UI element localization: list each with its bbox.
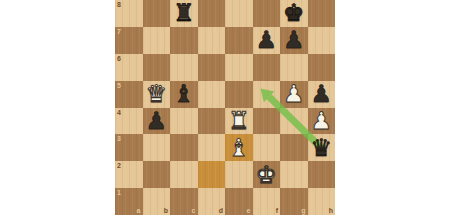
black-king-piece[interactable]: ♚ [280,0,308,27]
square-b3[interactable] [143,134,171,161]
white-pawn-piece[interactable]: ♟ [280,81,308,108]
square-b1[interactable]: b [143,188,171,215]
square-e5[interactable] [225,81,253,108]
white-pawn-piece[interactable]: ♟ [308,108,336,135]
rank-label-3: 3 [117,135,121,142]
square-c2[interactable] [170,161,198,188]
rank-label-6: 6 [117,55,121,62]
file-label-g: g [301,207,305,214]
rank-label-8: 8 [117,1,121,8]
chess-board[interactable]: 8♜♚7♟♟65♛♝♟♟4♟♜♟3♝♛2♚1abcdefgh [115,0,335,215]
square-a7[interactable]: 7 [115,27,143,54]
black-queen-piece[interactable]: ♛ [308,134,336,161]
square-h4[interactable]: ♟ [308,108,336,135]
white-bishop-piece[interactable]: ♝ [225,134,253,161]
square-g5[interactable]: ♟ [280,81,308,108]
square-g2[interactable] [280,161,308,188]
square-e4[interactable]: ♜ [225,108,253,135]
square-f5[interactable] [253,81,281,108]
square-g6[interactable] [280,54,308,81]
square-e2[interactable] [225,161,253,188]
white-rook-piece[interactable]: ♜ [225,108,253,135]
black-bishop-piece[interactable]: ♝ [170,81,198,108]
square-b5[interactable]: ♛ [143,81,171,108]
square-h6[interactable] [308,54,336,81]
square-b7[interactable] [143,27,171,54]
square-g8[interactable]: ♚ [280,0,308,27]
square-g4[interactable] [280,108,308,135]
square-c1[interactable]: c [170,188,198,215]
square-d3[interactable] [198,134,226,161]
square-d5[interactable] [198,81,226,108]
square-d8[interactable] [198,0,226,27]
file-label-h: h [329,207,333,214]
square-f2[interactable]: ♚ [253,161,281,188]
file-label-f: f [276,207,278,214]
square-a2[interactable]: 2 [115,161,143,188]
square-b2[interactable] [143,161,171,188]
square-c7[interactable] [170,27,198,54]
square-c3[interactable] [170,134,198,161]
rank-label-1: 1 [117,189,121,196]
square-a1[interactable]: 1a [115,188,143,215]
square-d4[interactable] [198,108,226,135]
black-pawn-piece[interactable]: ♟ [308,81,336,108]
file-label-d: d [219,207,223,214]
square-h5[interactable]: ♟ [308,81,336,108]
rank-label-7: 7 [117,28,121,35]
square-d2[interactable] [198,161,226,188]
square-a5[interactable]: 5 [115,81,143,108]
rank-label-4: 4 [117,109,121,116]
square-b4[interactable]: ♟ [143,108,171,135]
square-h8[interactable] [308,0,336,27]
file-label-e: e [247,207,251,214]
square-c5[interactable]: ♝ [170,81,198,108]
square-h1[interactable]: h [308,188,336,215]
screenshot-root: 8♜♚7♟♟65♛♝♟♟4♟♜♟3♝♛2♚1abcdefgh [0,0,450,215]
square-f8[interactable] [253,0,281,27]
square-c8[interactable]: ♜ [170,0,198,27]
white-queen-piece[interactable]: ♛ [143,81,171,108]
square-a8[interactable]: 8 [115,0,143,27]
file-label-b: b [164,207,168,214]
rank-label-2: 2 [117,162,121,169]
square-c6[interactable] [170,54,198,81]
square-b6[interactable] [143,54,171,81]
square-a6[interactable]: 6 [115,54,143,81]
black-pawn-piece[interactable]: ♟ [280,27,308,54]
square-e6[interactable] [225,54,253,81]
square-d6[interactable] [198,54,226,81]
square-d7[interactable] [198,27,226,54]
square-e1[interactable]: e [225,188,253,215]
square-c4[interactable] [170,108,198,135]
square-b8[interactable] [143,0,171,27]
black-rook-piece[interactable]: ♜ [170,0,198,27]
square-e7[interactable] [225,27,253,54]
white-king-piece[interactable]: ♚ [253,161,281,188]
square-e8[interactable] [225,0,253,27]
square-f4[interactable] [253,108,281,135]
file-label-a: a [137,207,141,214]
square-f1[interactable]: f [253,188,281,215]
square-g3[interactable] [280,134,308,161]
square-e3[interactable]: ♝ [225,134,253,161]
square-g1[interactable]: g [280,188,308,215]
square-h2[interactable] [308,161,336,188]
square-a4[interactable]: 4 [115,108,143,135]
black-pawn-piece[interactable]: ♟ [143,108,171,135]
square-a3[interactable]: 3 [115,134,143,161]
square-f3[interactable] [253,134,281,161]
square-f6[interactable] [253,54,281,81]
square-d1[interactable]: d [198,188,226,215]
rank-label-5: 5 [117,82,121,89]
black-pawn-piece[interactable]: ♟ [253,27,281,54]
square-h3[interactable]: ♛ [308,134,336,161]
square-g7[interactable]: ♟ [280,27,308,54]
file-label-c: c [192,207,196,214]
square-f7[interactable]: ♟ [253,27,281,54]
square-h7[interactable] [308,27,336,54]
